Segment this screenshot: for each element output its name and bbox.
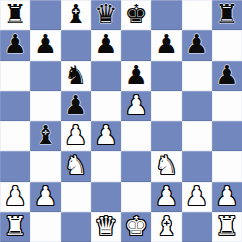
square-a6[interactable] xyxy=(0,61,30,91)
black-pawn[interactable]: ♟ xyxy=(94,29,117,59)
square-f6[interactable] xyxy=(151,61,181,91)
black-bishop[interactable]: ♝ xyxy=(64,0,87,29)
square-g6[interactable] xyxy=(182,61,212,91)
square-e5[interactable]: ♟ xyxy=(121,91,151,121)
white-pawn[interactable]: ♟ xyxy=(124,90,147,120)
square-b6[interactable] xyxy=(30,61,60,91)
square-h4[interactable] xyxy=(212,121,242,151)
white-rook[interactable]: ♜ xyxy=(3,211,26,241)
black-pawn[interactable]: ♟ xyxy=(215,60,238,90)
white-pawn[interactable]: ♟ xyxy=(155,181,178,211)
square-d5[interactable] xyxy=(91,91,121,121)
square-c3[interactable]: ♞ xyxy=(61,151,91,181)
black-queen[interactable]: ♛ xyxy=(94,0,117,29)
square-d7[interactable]: ♟ xyxy=(91,30,121,60)
black-pawn[interactable]: ♟ xyxy=(185,29,208,59)
black-pawn[interactable]: ♟ xyxy=(34,29,57,59)
square-d3[interactable] xyxy=(91,151,121,181)
white-pawn[interactable]: ♟ xyxy=(215,181,238,211)
white-pawn[interactable]: ♟ xyxy=(34,181,57,211)
square-f7[interactable]: ♟ xyxy=(151,30,181,60)
square-c5[interactable]: ♟ xyxy=(61,91,91,121)
white-pawn[interactable]: ♟ xyxy=(94,120,117,150)
square-d8[interactable]: ♛ xyxy=(91,0,121,30)
square-g4[interactable] xyxy=(182,121,212,151)
square-e4[interactable] xyxy=(121,121,151,151)
square-b3[interactable] xyxy=(30,151,60,181)
square-a7[interactable]: ♟ xyxy=(0,30,30,60)
square-d4[interactable]: ♟ xyxy=(91,121,121,151)
square-b2[interactable]: ♟ xyxy=(30,182,60,212)
white-pawn[interactable]: ♟ xyxy=(64,120,87,150)
square-g3[interactable] xyxy=(182,151,212,181)
square-e8[interactable]: ♚ xyxy=(121,0,151,30)
square-b4[interactable]: ♝ xyxy=(30,121,60,151)
square-c7[interactable] xyxy=(61,30,91,60)
square-f1[interactable]: ♝ xyxy=(151,212,181,242)
square-f4[interactable] xyxy=(151,121,181,151)
square-h1[interactable]: ♜ xyxy=(212,212,242,242)
white-rook[interactable]: ♜ xyxy=(215,211,238,241)
square-e3[interactable] xyxy=(121,151,151,181)
square-c4[interactable]: ♟ xyxy=(61,121,91,151)
black-king[interactable]: ♚ xyxy=(124,0,147,29)
square-f3[interactable]: ♞ xyxy=(151,151,181,181)
square-g2[interactable]: ♟ xyxy=(182,182,212,212)
square-a4[interactable] xyxy=(0,121,30,151)
white-knight[interactable]: ♞ xyxy=(155,150,178,180)
chess-board: ♜♝♛♚♜♟♟♟♟♟♞♟♟♟♟♝♟♟♞♞♟♟♟♟♟♜♛♚♝♜ xyxy=(0,0,242,242)
square-e1[interactable]: ♚ xyxy=(121,212,151,242)
white-king[interactable]: ♚ xyxy=(124,211,147,241)
square-d6[interactable] xyxy=(91,61,121,91)
square-g1[interactable] xyxy=(182,212,212,242)
square-g7[interactable]: ♟ xyxy=(182,30,212,60)
square-e2[interactable] xyxy=(121,182,151,212)
white-knight[interactable]: ♞ xyxy=(64,150,87,180)
white-queen[interactable]: ♛ xyxy=(94,211,117,241)
square-b8[interactable] xyxy=(30,0,60,30)
black-rook[interactable]: ♜ xyxy=(215,0,238,29)
square-c8[interactable]: ♝ xyxy=(61,0,91,30)
square-g5[interactable] xyxy=(182,91,212,121)
square-a8[interactable]: ♜ xyxy=(0,0,30,30)
square-h5[interactable] xyxy=(212,91,242,121)
square-c6[interactable]: ♞ xyxy=(61,61,91,91)
square-c1[interactable] xyxy=(61,212,91,242)
square-f2[interactable]: ♟ xyxy=(151,182,181,212)
square-f5[interactable] xyxy=(151,91,181,121)
square-h2[interactable]: ♟ xyxy=(212,182,242,212)
white-pawn[interactable]: ♟ xyxy=(3,181,26,211)
square-b1[interactable] xyxy=(30,212,60,242)
black-pawn[interactable]: ♟ xyxy=(124,60,147,90)
square-a2[interactable]: ♟ xyxy=(0,182,30,212)
square-b7[interactable]: ♟ xyxy=(30,30,60,60)
square-f8[interactable] xyxy=(151,0,181,30)
black-pawn[interactable]: ♟ xyxy=(3,29,26,59)
square-e7[interactable] xyxy=(121,30,151,60)
black-pawn[interactable]: ♟ xyxy=(155,29,178,59)
square-b5[interactable] xyxy=(30,91,60,121)
square-c2[interactable] xyxy=(61,182,91,212)
square-h8[interactable]: ♜ xyxy=(212,0,242,30)
black-pawn[interactable]: ♟ xyxy=(64,90,87,120)
black-bishop[interactable]: ♝ xyxy=(34,120,57,150)
square-d2[interactable] xyxy=(91,182,121,212)
square-e6[interactable]: ♟ xyxy=(121,61,151,91)
square-h6[interactable]: ♟ xyxy=(212,61,242,91)
black-knight[interactable]: ♞ xyxy=(64,60,87,90)
square-g8[interactable] xyxy=(182,0,212,30)
square-a5[interactable] xyxy=(0,91,30,121)
white-bishop[interactable]: ♝ xyxy=(155,211,178,241)
white-pawn[interactable]: ♟ xyxy=(185,181,208,211)
black-rook[interactable]: ♜ xyxy=(3,0,26,29)
square-h3[interactable] xyxy=(212,151,242,181)
square-d1[interactable]: ♛ xyxy=(91,212,121,242)
square-a1[interactable]: ♜ xyxy=(0,212,30,242)
square-a3[interactable] xyxy=(0,151,30,181)
square-h7[interactable] xyxy=(212,30,242,60)
